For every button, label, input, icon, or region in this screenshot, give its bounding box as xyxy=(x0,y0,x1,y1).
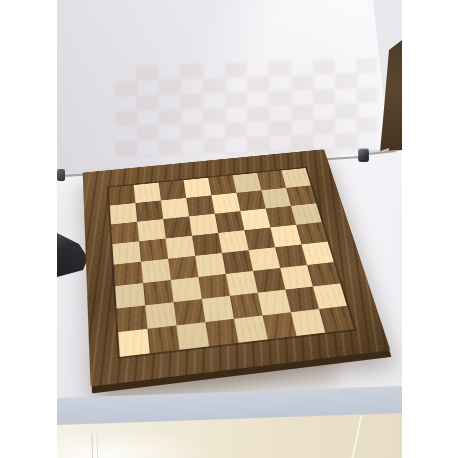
board-reflection-on-wall xyxy=(115,57,377,158)
floor-tile-seam xyxy=(351,415,362,458)
board-square xyxy=(319,306,354,333)
board-square xyxy=(307,262,340,286)
board-square xyxy=(115,283,145,309)
board-grid xyxy=(109,168,354,357)
board-square xyxy=(117,305,148,332)
wire-clip-right-icon xyxy=(358,148,369,162)
floor-tile-highlight xyxy=(57,428,207,458)
board-square xyxy=(118,329,150,357)
board-square xyxy=(198,274,229,299)
screenshot-canvas xyxy=(0,0,458,458)
board-square xyxy=(145,302,176,329)
board-square xyxy=(147,325,179,353)
board-square xyxy=(202,296,234,322)
wire-clip-left-icon xyxy=(57,169,65,181)
board-square xyxy=(313,283,347,309)
photo-area xyxy=(57,0,402,458)
board-square xyxy=(171,277,202,302)
board-square xyxy=(174,299,206,325)
board-square xyxy=(177,322,210,350)
board-square xyxy=(205,319,238,347)
board-square xyxy=(143,280,174,305)
